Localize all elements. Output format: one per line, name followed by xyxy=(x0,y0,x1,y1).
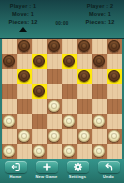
board-square[interactable] xyxy=(77,144,92,159)
board-square[interactable] xyxy=(2,84,17,99)
board-square[interactable] xyxy=(32,84,47,99)
board-square[interactable] xyxy=(47,129,62,144)
dark-piece[interactable] xyxy=(63,55,75,67)
dark-piece[interactable] xyxy=(48,40,60,52)
board-square[interactable] xyxy=(77,114,92,129)
dark-piece[interactable] xyxy=(93,55,105,67)
board-square[interactable] xyxy=(107,129,122,144)
board-square[interactable] xyxy=(77,99,92,114)
board-square[interactable] xyxy=(107,99,122,114)
board-square[interactable] xyxy=(2,39,17,54)
board-square[interactable] xyxy=(2,54,17,69)
board-square[interactable] xyxy=(77,84,92,99)
board-square[interactable] xyxy=(47,54,62,69)
plus-icon xyxy=(42,162,52,172)
board-square[interactable] xyxy=(32,39,47,54)
board-square[interactable] xyxy=(47,144,62,159)
board-square[interactable] xyxy=(92,144,107,159)
board-square[interactable] xyxy=(2,99,17,114)
board-square[interactable] xyxy=(32,99,47,114)
board-square[interactable] xyxy=(107,69,122,84)
tool-settings[interactable]: Settings xyxy=(64,161,92,179)
board-square[interactable] xyxy=(92,129,107,144)
board-square[interactable] xyxy=(62,84,77,99)
dark-piece[interactable] xyxy=(18,70,30,82)
tool-home[interactable]: Home xyxy=(2,161,30,179)
board-square[interactable] xyxy=(62,114,77,129)
board-frame xyxy=(0,39,124,159)
board-square[interactable] xyxy=(92,54,107,69)
tool-new-game[interactable]: New Game xyxy=(33,161,61,179)
player2-label: Player : 2 xyxy=(78,2,122,10)
board-square[interactable] xyxy=(92,69,107,84)
undo-button[interactable] xyxy=(98,161,120,173)
light-piece[interactable] xyxy=(48,100,60,112)
board-square[interactable] xyxy=(17,54,32,69)
board-square[interactable] xyxy=(17,99,32,114)
board-square[interactable] xyxy=(77,39,92,54)
light-piece[interactable] xyxy=(63,145,75,157)
board-square[interactable] xyxy=(47,39,62,54)
board-square[interactable] xyxy=(17,69,32,84)
gear-icon xyxy=(73,162,83,172)
tool-label: New Game xyxy=(35,174,57,179)
board-square[interactable] xyxy=(2,144,17,159)
player2-pieces: Pieces: 12 xyxy=(78,18,122,26)
board-square[interactable] xyxy=(47,99,62,114)
board-square[interactable] xyxy=(62,129,77,144)
board-square[interactable] xyxy=(17,84,32,99)
board-square[interactable] xyxy=(92,84,107,99)
light-piece[interactable] xyxy=(63,115,75,127)
board-square[interactable] xyxy=(62,69,77,84)
board-square[interactable] xyxy=(107,144,122,159)
dark-piece[interactable] xyxy=(33,55,45,67)
board-square[interactable] xyxy=(107,84,122,99)
board-square[interactable] xyxy=(107,54,122,69)
new-game-button[interactable] xyxy=(36,161,58,173)
light-piece[interactable] xyxy=(93,115,105,127)
board-square[interactable] xyxy=(77,69,92,84)
checkers-board xyxy=(2,39,122,159)
dark-piece[interactable] xyxy=(3,55,15,67)
board-square[interactable] xyxy=(107,114,122,129)
exit-icon xyxy=(11,162,21,172)
player2-move: Move: 1 xyxy=(78,10,122,18)
player1-move: Move: 1 xyxy=(0,10,46,18)
player1-info: Player : 1 Move: 1 Pieces: 12 xyxy=(0,2,46,32)
board-square[interactable] xyxy=(47,84,62,99)
board-square[interactable] xyxy=(47,69,62,84)
board-square[interactable] xyxy=(2,114,17,129)
board-square[interactable] xyxy=(62,144,77,159)
board-square[interactable] xyxy=(62,39,77,54)
board-square[interactable] xyxy=(17,39,32,54)
home-button[interactable] xyxy=(5,161,27,173)
dark-piece[interactable] xyxy=(78,40,90,52)
turn-indicator-icon xyxy=(19,27,27,32)
board-square[interactable] xyxy=(62,54,77,69)
board-square[interactable] xyxy=(17,144,32,159)
board-square[interactable] xyxy=(2,69,17,84)
light-piece[interactable] xyxy=(48,130,60,142)
light-piece[interactable] xyxy=(78,130,90,142)
settings-button[interactable] xyxy=(67,161,89,173)
board-square[interactable] xyxy=(92,114,107,129)
light-piece[interactable] xyxy=(3,145,15,157)
status-bar: Player : 1 Move: 1 Pieces: 12 00:00 Play… xyxy=(0,0,124,39)
board-square[interactable] xyxy=(32,129,47,144)
board-square[interactable] xyxy=(62,99,77,114)
light-piece[interactable] xyxy=(3,115,15,127)
dark-piece[interactable] xyxy=(108,40,120,52)
player1-label: Player : 1 xyxy=(0,2,46,10)
tool-label: Home xyxy=(10,174,22,179)
dark-piece[interactable] xyxy=(33,85,45,97)
dark-piece[interactable] xyxy=(78,70,90,82)
board-square[interactable] xyxy=(17,129,32,144)
dark-piece[interactable] xyxy=(18,40,30,52)
board-square[interactable] xyxy=(92,39,107,54)
undo-icon xyxy=(104,162,114,172)
tool-label: Undo xyxy=(103,174,114,179)
board-square[interactable] xyxy=(77,54,92,69)
board-square[interactable] xyxy=(32,114,47,129)
board-square[interactable] xyxy=(47,114,62,129)
tool-undo[interactable]: Undo xyxy=(95,161,123,179)
board-square[interactable] xyxy=(77,129,92,144)
light-piece[interactable] xyxy=(18,130,30,142)
board-square[interactable] xyxy=(107,39,122,54)
player2-info: Player : 2 Move: 1 Pieces: 12 xyxy=(78,2,122,26)
board-square[interactable] xyxy=(92,99,107,114)
board-square[interactable] xyxy=(32,69,47,84)
board-square[interactable] xyxy=(32,144,47,159)
board-square[interactable] xyxy=(2,129,17,144)
light-piece[interactable] xyxy=(33,145,45,157)
tool-label: Settings xyxy=(69,174,86,179)
board-square[interactable] xyxy=(17,114,32,129)
bottom-toolbar: HomeNew GameSettingsUndo xyxy=(0,159,124,183)
light-piece[interactable] xyxy=(108,130,120,142)
light-piece[interactable] xyxy=(93,145,105,157)
dark-piece[interactable] xyxy=(108,70,120,82)
board-square[interactable] xyxy=(32,54,47,69)
